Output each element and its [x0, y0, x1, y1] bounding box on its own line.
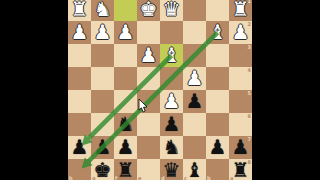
square-a4[interactable]: 4 — [229, 67, 252, 90]
square-e2[interactable] — [137, 21, 160, 44]
square-h4[interactable] — [68, 67, 91, 90]
square-d2[interactable] — [160, 21, 183, 44]
square-b4[interactable] — [206, 67, 229, 90]
black-pawn[interactable]: ♟ — [91, 136, 114, 159]
square-d6[interactable]: ♟ — [160, 113, 183, 136]
square-g7[interactable]: ♟ — [91, 136, 114, 159]
black-rook[interactable]: ♜ — [114, 159, 137, 180]
square-a7[interactable]: ♟7 — [229, 136, 252, 159]
black-queen[interactable]: ♛ — [160, 159, 183, 180]
chess-board[interactable]: ♜♞♚♛♜1♟♟♟♝♟2♟♝3♟4♟♟5♞♟6♟♟♟♞♟♟7h♚g♜fe♛d♝c… — [68, 0, 252, 180]
square-g6[interactable] — [91, 113, 114, 136]
square-e6[interactable] — [137, 113, 160, 136]
square-b2[interactable]: ♝ — [206, 21, 229, 44]
white-queen[interactable]: ♛ — [160, 0, 183, 21]
square-e4[interactable] — [137, 67, 160, 90]
white-king[interactable]: ♚ — [137, 0, 160, 21]
black-knight[interactable]: ♞ — [160, 136, 183, 159]
square-f7[interactable]: ♟ — [114, 136, 137, 159]
rank-label-4: 4 — [248, 68, 251, 73]
white-pawn[interactable]: ♟ — [160, 90, 183, 113]
square-a3[interactable]: 3 — [229, 44, 252, 67]
black-king[interactable]: ♚ — [91, 159, 114, 180]
black-rook[interactable]: ♜ — [229, 159, 252, 180]
square-g3[interactable] — [91, 44, 114, 67]
file-label-h: h — [69, 176, 73, 180]
square-e3[interactable]: ♟ — [137, 44, 160, 67]
square-f2[interactable]: ♟ — [114, 21, 137, 44]
white-pawn[interactable]: ♟ — [229, 21, 252, 44]
rank-label-5: 5 — [248, 91, 251, 96]
square-b6[interactable] — [206, 113, 229, 136]
square-a8[interactable]: ♜8a — [229, 159, 252, 180]
file-label-e: e — [138, 176, 141, 180]
square-f6[interactable]: ♞ — [114, 113, 137, 136]
square-g8[interactable]: ♚g — [91, 159, 114, 180]
square-f1[interactable] — [114, 0, 137, 21]
square-b7[interactable]: ♟ — [206, 136, 229, 159]
black-bishop[interactable]: ♝ — [183, 159, 206, 180]
square-f5[interactable] — [114, 90, 137, 113]
square-b1[interactable] — [206, 0, 229, 21]
square-e7[interactable] — [137, 136, 160, 159]
square-e5[interactable] — [137, 90, 160, 113]
square-h5[interactable] — [68, 90, 91, 113]
square-a1[interactable]: ♜1 — [229, 0, 252, 21]
square-f8[interactable]: ♜f — [114, 159, 137, 180]
square-a6[interactable]: 6 — [229, 113, 252, 136]
square-g1[interactable]: ♞ — [91, 0, 114, 21]
white-pawn[interactable]: ♟ — [183, 67, 206, 90]
square-h6[interactable] — [68, 113, 91, 136]
square-h7[interactable]: ♟ — [68, 136, 91, 159]
square-d8[interactable]: ♛d — [160, 159, 183, 180]
white-rook[interactable]: ♜ — [229, 0, 252, 21]
white-pawn[interactable]: ♟ — [68, 21, 91, 44]
square-g5[interactable] — [91, 90, 114, 113]
square-d4[interactable] — [160, 67, 183, 90]
black-pawn[interactable]: ♟ — [68, 136, 91, 159]
square-h8[interactable]: h — [68, 159, 91, 180]
white-pawn[interactable]: ♟ — [114, 21, 137, 44]
square-d1[interactable]: ♛ — [160, 0, 183, 21]
rank-label-6: 6 — [248, 114, 251, 119]
black-pawn[interactable]: ♟ — [183, 90, 206, 113]
square-b5[interactable] — [206, 90, 229, 113]
square-d3[interactable]: ♝ — [160, 44, 183, 67]
black-pawn[interactable]: ♟ — [206, 136, 229, 159]
file-label-b: b — [207, 176, 211, 180]
black-pawn[interactable]: ♟ — [160, 113, 183, 136]
square-a2[interactable]: ♟2 — [229, 21, 252, 44]
square-h2[interactable]: ♟ — [68, 21, 91, 44]
video-frame: ♜♞♚♛♜1♟♟♟♝♟2♟♝3♟4♟♟5♞♟6♟♟♟♞♟♟7h♚g♜fe♛d♝c… — [0, 0, 320, 180]
black-pawn[interactable]: ♟ — [229, 136, 252, 159]
square-f3[interactable] — [114, 44, 137, 67]
white-bishop[interactable]: ♝ — [160, 44, 183, 67]
square-c1[interactable] — [183, 0, 206, 21]
square-e1[interactable]: ♚ — [137, 0, 160, 21]
rank-label-3: 3 — [248, 45, 251, 50]
letterbox-left — [0, 0, 68, 180]
square-e8[interactable]: e — [137, 159, 160, 180]
square-h1[interactable]: ♜ — [68, 0, 91, 21]
white-pawn[interactable]: ♟ — [91, 21, 114, 44]
square-c5[interactable]: ♟ — [183, 90, 206, 113]
square-c7[interactable] — [183, 136, 206, 159]
white-pawn[interactable]: ♟ — [137, 44, 160, 67]
square-h3[interactable] — [68, 44, 91, 67]
black-knight[interactable]: ♞ — [114, 113, 137, 136]
white-bishop[interactable]: ♝ — [206, 21, 229, 44]
black-pawn[interactable]: ♟ — [114, 136, 137, 159]
square-g4[interactable] — [91, 67, 114, 90]
white-knight[interactable]: ♞ — [91, 0, 114, 21]
white-rook[interactable]: ♜ — [68, 0, 91, 21]
square-g2[interactable]: ♟ — [91, 21, 114, 44]
square-c8[interactable]: ♝c — [183, 159, 206, 180]
square-c4[interactable]: ♟ — [183, 67, 206, 90]
square-d5[interactable]: ♟ — [160, 90, 183, 113]
letterbox-right — [252, 0, 320, 180]
square-c6[interactable] — [183, 113, 206, 136]
square-b3[interactable] — [206, 44, 229, 67]
square-f4[interactable] — [114, 67, 137, 90]
square-a5[interactable]: 5 — [229, 90, 252, 113]
square-c3[interactable] — [183, 44, 206, 67]
square-b8[interactable]: b — [206, 159, 229, 180]
square-d7[interactable]: ♞ — [160, 136, 183, 159]
square-c2[interactable] — [183, 21, 206, 44]
